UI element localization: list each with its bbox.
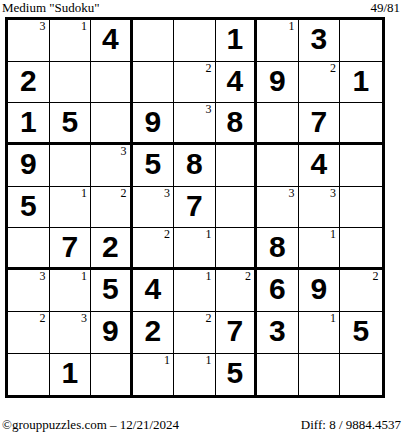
given-digit: 9 xyxy=(144,107,161,137)
given-digit: 5 xyxy=(20,191,37,221)
given-digit: 3 xyxy=(310,24,327,54)
cell-r8c6[interactable]: 7 xyxy=(216,312,258,354)
given-digit: 5 xyxy=(61,107,78,137)
pencil-mark: 3 xyxy=(40,20,46,33)
pencil-mark: 2 xyxy=(245,270,251,283)
cell-r5c4[interactable]: 3 xyxy=(133,187,175,229)
cell-r4c4[interactable]: 5 xyxy=(133,145,175,187)
cell-r6c2[interactable]: 7 xyxy=(50,228,92,270)
given-digit: 7 xyxy=(186,191,203,221)
cell-r2c7[interactable]: 9 xyxy=(257,62,299,104)
pencil-mark: 1 xyxy=(330,228,336,241)
given-digit: 4 xyxy=(226,66,243,96)
cell-r7c3[interactable]: 5 xyxy=(91,270,133,312)
pencil-mark: 2 xyxy=(206,312,212,325)
cell-r8c3[interactable]: 9 xyxy=(91,312,133,354)
cell-r8c8[interactable]: 1 xyxy=(299,312,341,354)
given-digit: 5 xyxy=(102,274,119,304)
given-digit: 3 xyxy=(269,316,286,346)
given-digit: 7 xyxy=(61,232,78,262)
pencil-mark: 1 xyxy=(81,270,87,283)
cell-r8c5[interactable]: 2 xyxy=(174,312,216,354)
cell-r3c5[interactable]: 3 xyxy=(174,103,216,145)
given-digit: 6 xyxy=(269,274,286,304)
cell-r5c2[interactable]: 1 xyxy=(50,187,92,229)
cell-r6c1[interactable] xyxy=(8,228,50,270)
cell-r4c9[interactable] xyxy=(340,145,382,187)
given-digit: 4 xyxy=(144,274,161,304)
cell-r9c8[interactable] xyxy=(299,354,341,396)
cell-r9c6[interactable]: 5 xyxy=(216,354,258,396)
cell-r6c7[interactable]: 8 xyxy=(257,228,299,270)
cell-r1c5[interactable] xyxy=(174,20,216,62)
cell-r8c2[interactable]: 3 xyxy=(50,312,92,354)
cell-r4c5[interactable]: 8 xyxy=(174,145,216,187)
cell-r4c2[interactable] xyxy=(50,145,92,187)
pencil-mark: 1 xyxy=(206,228,212,241)
given-digit: 5 xyxy=(226,358,243,388)
pencil-mark: 1 xyxy=(81,20,87,33)
cell-r1c4[interactable] xyxy=(133,20,175,62)
cell-r5c8[interactable]: 3 xyxy=(299,187,341,229)
cell-r2c4[interactable] xyxy=(133,62,175,104)
cell-r5c3[interactable]: 2 xyxy=(91,187,133,229)
pencil-mark: 3 xyxy=(121,145,127,158)
pencil-mark: 1 xyxy=(330,312,336,325)
difficulty-text: Diff: 8 / 9884.4537 xyxy=(301,417,401,432)
cell-r6c8[interactable]: 1 xyxy=(299,228,341,270)
cell-r5c6[interactable] xyxy=(216,187,258,229)
given-digit: 7 xyxy=(226,316,243,346)
cell-r8c9[interactable]: 5 xyxy=(340,312,382,354)
cell-r3c3[interactable] xyxy=(91,103,133,145)
cell-r1c6[interactable]: 1 xyxy=(216,20,258,62)
cell-r1c8[interactable]: 3 xyxy=(299,20,341,62)
cell-r3c1[interactable]: 1 xyxy=(8,103,50,145)
pencil-mark: 3 xyxy=(289,187,295,200)
cell-r6c5[interactable]: 1 xyxy=(174,228,216,270)
cell-r1c1[interactable]: 3 xyxy=(8,20,50,62)
pencil-mark: 3 xyxy=(40,270,46,283)
pencil-mark: 3 xyxy=(330,187,336,200)
given-digit: 9 xyxy=(310,274,327,304)
cell-r3c2[interactable]: 5 xyxy=(50,103,92,145)
cell-r9c1[interactable] xyxy=(8,354,50,396)
pencil-mark: 2 xyxy=(373,270,379,283)
cell-r7c8[interactable]: 9 xyxy=(299,270,341,312)
given-digit: 1 xyxy=(352,66,369,96)
pencil-mark: 1 xyxy=(206,270,212,283)
cell-r8c1[interactable]: 2 xyxy=(8,312,50,354)
given-digit: 2 xyxy=(102,232,119,262)
cell-r7c6[interactable]: 2 xyxy=(216,270,258,312)
given-digit: 8 xyxy=(186,149,203,179)
given-digit: 1 xyxy=(226,24,243,54)
page-title: Medium "Sudoku" xyxy=(2,1,100,15)
copyright-text: ©grouppuzzles.com – 12/21/2024 xyxy=(2,417,179,432)
cell-r7c1[interactable]: 3 xyxy=(8,270,50,312)
cell-r7c7[interactable]: 6 xyxy=(257,270,299,312)
cell-r5c7[interactable]: 3 xyxy=(257,187,299,229)
cell-r2c3[interactable] xyxy=(91,62,133,104)
cell-r5c1[interactable]: 5 xyxy=(8,187,50,229)
cell-r7c4[interactable]: 4 xyxy=(133,270,175,312)
cell-r6c6[interactable] xyxy=(216,228,258,270)
cell-r5c5[interactable]: 7 xyxy=(174,187,216,229)
cell-r4c6[interactable] xyxy=(216,145,258,187)
cell-r1c9[interactable] xyxy=(340,20,382,62)
given-digit: 7 xyxy=(310,107,327,137)
given-digit: 4 xyxy=(102,24,119,54)
given-digit: 9 xyxy=(269,66,286,96)
cell-r2c6[interactable]: 4 xyxy=(216,62,258,104)
cell-r3c4[interactable]: 9 xyxy=(133,103,175,145)
pencil-mark: 2 xyxy=(121,187,127,200)
cell-r6c3[interactable]: 2 xyxy=(91,228,133,270)
pencil-mark: 1 xyxy=(81,187,87,200)
sudoku-board: 3141132249211593879358451237337221813154… xyxy=(5,17,385,398)
cell-r2c8[interactable]: 2 xyxy=(299,62,341,104)
cell-r2c5[interactable]: 2 xyxy=(174,62,216,104)
pencil-mark: 2 xyxy=(206,62,212,75)
pencil-mark: 1 xyxy=(164,354,170,367)
pencil-mark: 2 xyxy=(40,312,46,325)
given-digit: 4 xyxy=(310,149,327,179)
cell-r3c8[interactable]: 7 xyxy=(299,103,341,145)
cell-r2c1[interactable]: 2 xyxy=(8,62,50,104)
pencil-mark: 1 xyxy=(206,354,212,367)
page-header: Medium "Sudoku" 49/81 xyxy=(0,0,402,16)
cell-r1c2[interactable]: 1 xyxy=(50,20,92,62)
given-digit: 2 xyxy=(20,66,37,96)
progress-counter: 49/81 xyxy=(370,1,400,15)
given-digit: 9 xyxy=(20,149,37,179)
cell-r5c9[interactable] xyxy=(340,187,382,229)
given-digit: 8 xyxy=(226,107,243,137)
cell-r9c4[interactable]: 1 xyxy=(133,354,175,396)
pencil-mark: 3 xyxy=(81,312,87,325)
cell-r1c3[interactable]: 4 xyxy=(91,20,133,62)
cell-r9c3[interactable] xyxy=(91,354,133,396)
cell-r3c9[interactable] xyxy=(340,103,382,145)
pencil-mark: 3 xyxy=(206,103,212,116)
cell-r7c5[interactable]: 1 xyxy=(174,270,216,312)
cell-r9c5[interactable]: 1 xyxy=(174,354,216,396)
cell-r7c2[interactable]: 1 xyxy=(50,270,92,312)
cell-r7c9[interactable]: 2 xyxy=(340,270,382,312)
cell-r8c7[interactable]: 3 xyxy=(257,312,299,354)
pencil-mark: 2 xyxy=(164,228,170,241)
given-digit: 1 xyxy=(61,358,78,388)
page-footer: ©grouppuzzles.com – 12/21/2024 Diff: 8 /… xyxy=(0,417,402,432)
cell-r2c9[interactable]: 1 xyxy=(340,62,382,104)
cell-r9c2[interactable]: 1 xyxy=(50,354,92,396)
given-digit: 1 xyxy=(20,107,37,137)
pencil-mark: 3 xyxy=(164,187,170,200)
cell-r4c1[interactable]: 9 xyxy=(8,145,50,187)
cell-r4c7[interactable] xyxy=(257,145,299,187)
pencil-mark: 2 xyxy=(330,62,336,75)
pencil-mark: 1 xyxy=(289,20,295,33)
cell-r3c6[interactable]: 8 xyxy=(216,103,258,145)
cell-r4c8[interactable]: 4 xyxy=(299,145,341,187)
given-digit: 9 xyxy=(102,316,119,346)
cell-r8c4[interactable]: 2 xyxy=(133,312,175,354)
cell-r6c9[interactable] xyxy=(340,228,382,270)
given-digit: 5 xyxy=(352,316,369,346)
given-digit: 2 xyxy=(144,316,161,346)
cell-r9c7[interactable] xyxy=(257,354,299,396)
cell-r6c4[interactable]: 2 xyxy=(133,228,175,270)
given-digit: 8 xyxy=(269,232,286,262)
cell-r4c3[interactable]: 3 xyxy=(91,145,133,187)
given-digit: 5 xyxy=(144,149,161,179)
cell-r9c9[interactable] xyxy=(340,354,382,396)
cell-r1c7[interactable]: 1 xyxy=(257,20,299,62)
cell-r2c2[interactable] xyxy=(50,62,92,104)
cell-r3c7[interactable] xyxy=(257,103,299,145)
